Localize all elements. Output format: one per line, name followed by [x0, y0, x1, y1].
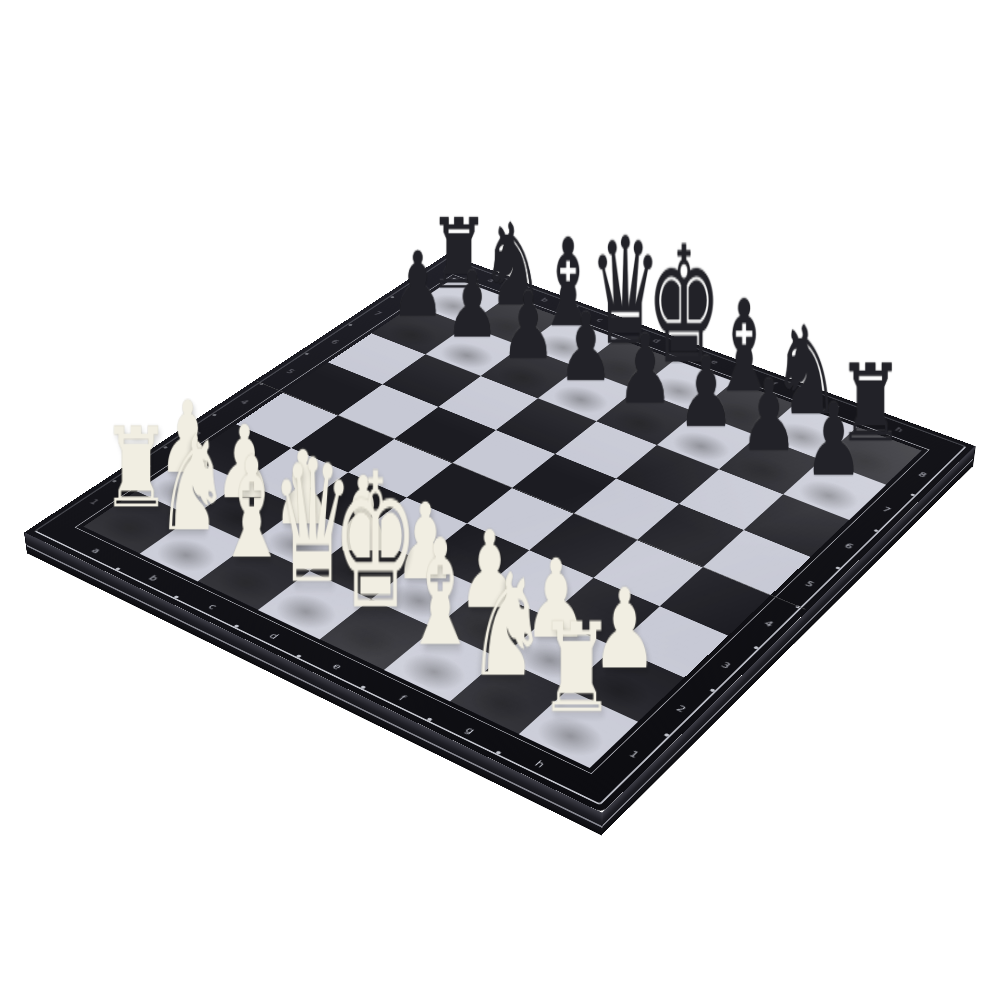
rank-label-right-6: 6 — [843, 541, 856, 550]
frame-rivet-dot — [259, 382, 264, 385]
white-knight-piece: ♞ — [467, 555, 548, 697]
rank-label-right-8: 8 — [916, 470, 928, 478]
black-pawn-piece: ♟ — [558, 302, 614, 396]
file-label-near-g: g — [462, 725, 477, 736]
white-rook-piece: ♜ — [538, 606, 616, 729]
frame-rivet-dot — [753, 646, 759, 650]
black-pawn-piece: ♟ — [501, 281, 556, 373]
product-photo-scene: ♜♞♝♛♚♝♞♜♟♟♟♟♟♟♟♟♟♟♟♟♟♟♟♟♜♞♝♛♚♝♞♜ aabbccd… — [0, 0, 1001, 1001]
frame-rivet-dot — [795, 605, 801, 609]
rank-label-left-5: 5 — [284, 368, 297, 375]
frame-rivet-dot — [173, 595, 179, 599]
rank-label-left-6: 6 — [329, 338, 341, 345]
file-label-near-a: a — [89, 546, 104, 555]
board-squares-grid: ♜♞♝♛♚♝♞♜♟♟♟♟♟♟♟♟♟♟♟♟♟♟♟♟♜♞♝♛♚♝♞♜ — [83, 278, 921, 768]
frame-rivet-dot — [233, 624, 239, 628]
chess-board: ♜♞♝♛♚♝♞♜♟♟♟♟♟♟♟♟♟♟♟♟♟♟♟♟♜♞♝♛♚♝♞♜ aabbccd… — [25, 254, 975, 813]
file-label-near-e: e — [329, 661, 344, 671]
file-label-near-c: c — [206, 602, 220, 611]
rank-label-right-3: 3 — [719, 660, 733, 670]
file-label-near-f: f — [396, 693, 408, 702]
black-pawn-piece: ♟ — [617, 323, 674, 418]
black-pawn-piece: ♟ — [391, 241, 445, 331]
frame-rivet-dot — [495, 751, 501, 755]
file-label-near-h: h — [532, 758, 547, 769]
frame-rivet-dot — [910, 493, 915, 496]
frame-rivet-dot — [426, 717, 432, 721]
rank-label-left-1: 1 — [87, 497, 101, 506]
frame-rivet-dot — [296, 654, 302, 658]
rank-label-right-5: 5 — [803, 579, 816, 588]
file-label-near-b: b — [146, 574, 161, 583]
frame-rivet-dot — [360, 685, 366, 689]
black-pawn-piece: ♟ — [445, 261, 499, 352]
square-g6 — [679, 469, 783, 530]
frame-rivet-dot — [304, 352, 309, 355]
black-pawn-piece: ♟ — [677, 345, 735, 441]
black-pawn-piece: ♟ — [739, 368, 797, 466]
file-label-near-d: d — [266, 631, 281, 641]
square-h6 — [744, 494, 849, 557]
frame-rivet-dot — [873, 529, 879, 532]
black-pawn-piece: ♟ — [804, 392, 863, 491]
rank-label-right-2: 2 — [674, 703, 689, 714]
rank-label-right-4: 4 — [762, 619, 776, 629]
frame-rivet-dot — [709, 688, 715, 692]
rank-label-right-1: 1 — [627, 749, 642, 760]
rank-label-right-7: 7 — [880, 505, 893, 514]
frame-rivet-dot — [664, 733, 670, 737]
frame-rivet-dot — [348, 324, 353, 327]
rank-label-left-7: 7 — [372, 310, 384, 317]
frame-rivet-dot — [115, 567, 121, 571]
frame-rivet-dot — [835, 566, 841, 570]
